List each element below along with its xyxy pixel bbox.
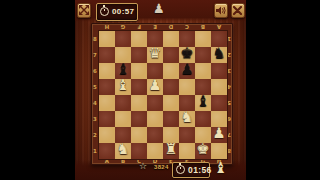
square-e3[interactable] bbox=[163, 111, 179, 127]
square-g8[interactable] bbox=[195, 31, 211, 47]
square-f5[interactable] bbox=[179, 79, 195, 95]
white-clock-time: 01:56 bbox=[188, 165, 212, 175]
square-d1[interactable] bbox=[147, 143, 163, 159]
piece-w-rook-e1[interactable]: ♜ bbox=[163, 141, 179, 157]
square-b8[interactable] bbox=[115, 31, 131, 47]
square-h7[interactable]: ♞ bbox=[211, 47, 227, 63]
piece-b-king-f7[interactable]: ♚ bbox=[179, 45, 195, 61]
square-e1[interactable]: ♜ bbox=[163, 143, 179, 159]
square-d2[interactable] bbox=[147, 127, 163, 143]
square-b4[interactable] bbox=[115, 95, 131, 111]
piece-b-bishop-g4[interactable]: ♝ bbox=[195, 93, 211, 109]
square-f2[interactable] bbox=[179, 127, 195, 143]
piece-w-knight-f3[interactable]: ♞ bbox=[179, 109, 195, 125]
square-e5[interactable] bbox=[163, 79, 179, 95]
letterbox-stage: 00:57 ♟ ABCDEFGH ABCDEFGH 87654321 8 bbox=[0, 0, 320, 180]
square-c7[interactable] bbox=[131, 47, 147, 63]
square-a8[interactable] bbox=[99, 31, 115, 47]
fullscreen-icon bbox=[79, 5, 89, 15]
board-grid: ♛♚♞♝♟♝♟♝♞♟♞♜♚ bbox=[98, 30, 228, 160]
square-h5[interactable] bbox=[211, 79, 227, 95]
score-value: 3824 bbox=[154, 164, 169, 170]
square-h6[interactable] bbox=[211, 63, 227, 79]
square-d7[interactable]: ♛ bbox=[147, 47, 163, 63]
square-f3[interactable]: ♞ bbox=[179, 111, 195, 127]
fullscreen-button[interactable] bbox=[77, 3, 91, 18]
square-h4[interactable] bbox=[211, 95, 227, 111]
black-clock-panel: 00:57 bbox=[96, 3, 138, 21]
piece-w-pawn-h2[interactable]: ♟ bbox=[211, 125, 227, 141]
square-g3[interactable] bbox=[195, 111, 211, 127]
square-d3[interactable] bbox=[147, 111, 163, 127]
square-g7[interactable] bbox=[195, 47, 211, 63]
square-e4[interactable] bbox=[163, 95, 179, 111]
square-d5[interactable]: ♟ bbox=[147, 79, 163, 95]
stopwatch-icon bbox=[100, 7, 109, 16]
square-f1[interactable] bbox=[179, 143, 195, 159]
square-a4[interactable] bbox=[99, 95, 115, 111]
chess-board: ABCDEFGH ABCDEFGH 87654321 87654321 ♛♚♞♝… bbox=[91, 23, 233, 165]
speaker-icon bbox=[216, 6, 226, 15]
square-f6[interactable]: ♟ bbox=[179, 63, 195, 79]
square-c3[interactable] bbox=[131, 111, 147, 127]
square-a5[interactable] bbox=[99, 79, 115, 95]
sound-button[interactable] bbox=[214, 3, 228, 18]
stopwatch-icon bbox=[176, 165, 185, 174]
white-clock-panel: 01:56 bbox=[172, 162, 210, 178]
piece-w-bishop-b5[interactable]: ♝ bbox=[115, 77, 131, 93]
piece-w-king-g1[interactable]: ♚ bbox=[195, 141, 211, 157]
square-c5[interactable] bbox=[131, 79, 147, 95]
piece-w-knight-b1[interactable]: ♞ bbox=[115, 141, 131, 157]
square-c4[interactable] bbox=[131, 95, 147, 111]
square-b1[interactable]: ♞ bbox=[115, 143, 131, 159]
piece-b-knight-h7[interactable]: ♞ bbox=[211, 45, 227, 61]
square-b5[interactable]: ♝ bbox=[115, 79, 131, 95]
close-button[interactable] bbox=[231, 3, 245, 18]
chess-app-window: 00:57 ♟ ABCDEFGH ABCDEFGH 87654321 8 bbox=[75, 0, 246, 180]
square-d4[interactable] bbox=[147, 95, 163, 111]
turn-indicator-pawn-icon: ♟ bbox=[153, 1, 165, 16]
black-clock-time: 00:57 bbox=[112, 7, 134, 16]
square-a2[interactable] bbox=[99, 127, 115, 143]
player-side-piece-icon: ♝ bbox=[214, 159, 227, 177]
piece-w-queen-d7[interactable]: ♛ bbox=[147, 45, 163, 61]
square-a6[interactable] bbox=[99, 63, 115, 79]
square-g1[interactable]: ♚ bbox=[195, 143, 211, 159]
piece-b-pawn-f6[interactable]: ♟ bbox=[179, 61, 195, 77]
square-g6[interactable] bbox=[195, 63, 211, 79]
square-a7[interactable] bbox=[99, 47, 115, 63]
piece-w-pawn-d5[interactable]: ♟ bbox=[147, 77, 163, 93]
close-icon bbox=[233, 6, 242, 15]
square-a3[interactable] bbox=[99, 111, 115, 127]
square-g4[interactable]: ♝ bbox=[195, 95, 211, 111]
square-c8[interactable] bbox=[131, 31, 147, 47]
square-c1[interactable] bbox=[131, 143, 147, 159]
square-b3[interactable] bbox=[115, 111, 131, 127]
square-c6[interactable] bbox=[131, 63, 147, 79]
square-h1[interactable] bbox=[211, 143, 227, 159]
square-h2[interactable]: ♟ bbox=[211, 127, 227, 143]
square-a1[interactable] bbox=[99, 143, 115, 159]
square-e8[interactable] bbox=[163, 31, 179, 47]
square-e7[interactable] bbox=[163, 47, 179, 63]
square-c2[interactable] bbox=[131, 127, 147, 143]
piece-b-bishop-b6[interactable]: ♝ bbox=[115, 61, 131, 77]
square-e6[interactable] bbox=[163, 63, 179, 79]
star-icon[interactable]: ☆ bbox=[139, 161, 147, 171]
